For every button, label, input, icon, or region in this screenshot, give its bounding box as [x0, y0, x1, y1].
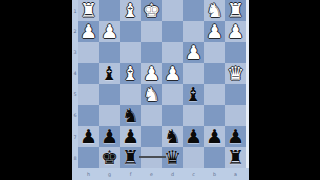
square-h8[interactable] — [78, 147, 99, 168]
black-pawn[interactable]: ♟ — [101, 126, 118, 147]
black-king[interactable]: ♚ — [101, 147, 118, 168]
file-label: a — [227, 169, 244, 179]
square-b8[interactable] — [204, 147, 225, 168]
square-b7[interactable]: ♟ — [204, 126, 225, 147]
square-a5[interactable] — [225, 84, 246, 105]
black-knight[interactable]: ♞ — [122, 105, 139, 126]
white-pawn[interactable]: ♟ — [227, 21, 244, 42]
rank-label: 2 — [73, 23, 78, 40]
square-a7[interactable]: ♟ — [225, 126, 246, 147]
rank-label: 1 — [73, 2, 78, 19]
square-c8[interactable] — [183, 147, 204, 168]
rank-label: 6 — [73, 107, 78, 124]
square-e6[interactable] — [141, 105, 162, 126]
last-move-line — [139, 156, 166, 158]
white-rook[interactable]: ♜ — [80, 0, 97, 21]
black-knight[interactable]: ♞ — [164, 126, 181, 147]
square-c1[interactable] — [183, 0, 204, 21]
file-label: d — [164, 169, 181, 179]
square-c2[interactable] — [183, 21, 204, 42]
white-knight[interactable]: ♞ — [143, 84, 160, 105]
white-bishop[interactable]: ♝ — [122, 63, 139, 84]
square-h6[interactable] — [78, 105, 99, 126]
white-pawn[interactable]: ♟ — [164, 63, 181, 84]
square-f3[interactable] — [120, 42, 141, 63]
white-pawn[interactable]: ♟ — [80, 21, 97, 42]
square-a2[interactable]: ♟ — [225, 21, 246, 42]
square-g4[interactable]: ♝ — [99, 63, 120, 84]
square-f1[interactable]: ♝ — [120, 0, 141, 21]
square-f6[interactable]: ♞ — [120, 105, 141, 126]
black-rook[interactable]: ♜ — [227, 147, 244, 168]
square-g6[interactable] — [99, 105, 120, 126]
white-queen[interactable]: ♛ — [227, 63, 244, 84]
square-h4[interactable] — [78, 63, 99, 84]
black-pawn[interactable]: ♟ — [227, 126, 244, 147]
square-c5[interactable]: ♝ — [183, 84, 204, 105]
square-f5[interactable] — [120, 84, 141, 105]
chess-board[interactable]: ♜♝♚♞♜♟♟♟♟♟♝♝♟♟♛♞♝♞♟♟♟♞♟♟♟♚♜♛♜ — [78, 0, 246, 168]
black-bishop[interactable]: ♝ — [185, 84, 202, 105]
white-bishop[interactable]: ♝ — [122, 0, 139, 21]
square-e4[interactable]: ♟ — [141, 63, 162, 84]
square-c6[interactable] — [183, 105, 204, 126]
square-a8[interactable]: ♜ — [225, 147, 246, 168]
square-b2[interactable]: ♟ — [204, 21, 225, 42]
letterboxed-background: 12345678 ♜♝♚♞♜♟♟♟♟♟♝♝♟♟♛♞♝♞♟♟♟♞♟♟♟♚♜♛♜ h… — [0, 0, 320, 180]
square-d2[interactable] — [162, 21, 183, 42]
file-label: c — [185, 169, 202, 179]
square-e7[interactable] — [141, 126, 162, 147]
square-d3[interactable] — [162, 42, 183, 63]
rank-label: 5 — [73, 86, 78, 103]
file-label: f — [122, 169, 139, 179]
square-b3[interactable] — [204, 42, 225, 63]
black-pawn[interactable]: ♟ — [122, 126, 139, 147]
black-bishop[interactable]: ♝ — [101, 63, 118, 84]
square-g2[interactable]: ♟ — [99, 21, 120, 42]
rank-label: 8 — [73, 149, 78, 166]
square-h1[interactable]: ♜ — [78, 0, 99, 21]
square-d7[interactable]: ♞ — [162, 126, 183, 147]
square-d4[interactable]: ♟ — [162, 63, 183, 84]
square-h5[interactable] — [78, 84, 99, 105]
chess-board-panel: 12345678 ♜♝♚♞♜♟♟♟♟♟♝♝♟♟♛♞♝♞♟♟♟♞♟♟♟♚♜♛♜ h… — [72, 0, 249, 180]
white-pawn[interactable]: ♟ — [143, 63, 160, 84]
rank-label: 7 — [73, 128, 78, 145]
square-c7[interactable]: ♟ — [183, 126, 204, 147]
square-g1[interactable] — [99, 0, 120, 21]
black-pawn[interactable]: ♟ — [80, 126, 97, 147]
file-label: e — [143, 169, 160, 179]
square-g3[interactable] — [99, 42, 120, 63]
rank-label: 3 — [73, 44, 78, 61]
square-f7[interactable]: ♟ — [120, 126, 141, 147]
square-b1[interactable]: ♞ — [204, 0, 225, 21]
square-e1[interactable]: ♚ — [141, 0, 162, 21]
file-label: b — [206, 169, 223, 179]
rank-label: 4 — [73, 65, 78, 82]
black-rook[interactable]: ♜ — [122, 147, 139, 168]
square-c4[interactable] — [183, 63, 204, 84]
square-d1[interactable] — [162, 0, 183, 21]
white-pawn[interactable]: ♟ — [185, 42, 202, 63]
square-e8[interactable] — [141, 147, 162, 168]
square-b6[interactable] — [204, 105, 225, 126]
white-knight[interactable]: ♞ — [206, 0, 223, 21]
square-g8[interactable]: ♚ — [99, 147, 120, 168]
square-a4[interactable]: ♛ — [225, 63, 246, 84]
square-a1[interactable]: ♜ — [225, 0, 246, 21]
square-a6[interactable] — [225, 105, 246, 126]
file-labels: hgfedcba — [78, 168, 246, 180]
square-e2[interactable] — [141, 21, 162, 42]
square-d8[interactable]: ♛ — [162, 147, 183, 168]
square-c3[interactable]: ♟ — [183, 42, 204, 63]
file-label: h — [80, 169, 97, 179]
square-d6[interactable] — [162, 105, 183, 126]
white-pawn[interactable]: ♟ — [206, 21, 223, 42]
square-e3[interactable] — [141, 42, 162, 63]
square-f4[interactable]: ♝ — [120, 63, 141, 84]
black-pawn[interactable]: ♟ — [185, 126, 202, 147]
square-g7[interactable]: ♟ — [99, 126, 120, 147]
square-b5[interactable] — [204, 84, 225, 105]
square-g5[interactable] — [99, 84, 120, 105]
square-f2[interactable] — [120, 21, 141, 42]
square-h3[interactable] — [78, 42, 99, 63]
square-h2[interactable]: ♟ — [78, 21, 99, 42]
white-rook[interactable]: ♜ — [227, 0, 244, 21]
board-right-edge — [246, 0, 249, 168]
square-h7[interactable]: ♟ — [78, 126, 99, 147]
white-king[interactable]: ♚ — [143, 0, 160, 21]
black-pawn[interactable]: ♟ — [206, 126, 223, 147]
square-d5[interactable] — [162, 84, 183, 105]
black-queen[interactable]: ♛ — [164, 147, 181, 168]
file-label: g — [101, 169, 118, 179]
square-b4[interactable] — [204, 63, 225, 84]
square-f8[interactable]: ♜ — [120, 147, 141, 168]
square-e5[interactable]: ♞ — [141, 84, 162, 105]
white-pawn[interactable]: ♟ — [101, 21, 118, 42]
square-a3[interactable] — [225, 42, 246, 63]
